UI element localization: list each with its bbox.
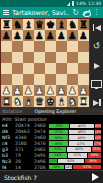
draw-segment: 45% <box>70 124 94 128</box>
white-win-segment: 37% <box>49 130 69 134</box>
square-h3[interactable] <box>78 74 89 85</box>
flip-board-icon[interactable]: ↻ <box>72 8 79 17</box>
square-f5[interactable] <box>56 52 67 63</box>
square-h7[interactable]: ♟ <box>78 30 89 41</box>
engine-name: Stockfish 7 <box>4 174 37 181</box>
move-label: b3 <box>2 153 15 158</box>
avg-rating: 2496 <box>34 159 49 164</box>
draw-segment: 49% <box>69 135 95 139</box>
square-f3[interactable] <box>56 74 67 85</box>
square-d1[interactable]: ♛ <box>34 96 45 107</box>
white-piece: ♟ <box>2 85 11 96</box>
opening-header: A00: Start position <box>0 115 103 123</box>
black-piece: ♟ <box>57 30 66 41</box>
white-piece: ♟ <box>79 85 88 96</box>
explorer-row[interactable]: b3 79 2495 34% 37% 29% <box>0 152 103 158</box>
square-a6[interactable] <box>1 41 12 52</box>
square-a8[interactable]: ♜ <box>1 19 12 30</box>
square-g5[interactable] <box>67 52 78 63</box>
engine-monitor-button[interactable] <box>91 80 102 88</box>
white-win-segment: 29% <box>49 165 65 169</box>
black-piece: ♟ <box>13 30 22 41</box>
explorer-row[interactable]: Nc3 20 2496 15% 50% 35% <box>0 158 103 164</box>
white-piece: ♟ <box>24 85 33 96</box>
square-b3[interactable] <box>12 74 23 85</box>
undo-rotate-button[interactable]: ↺ <box>92 42 101 52</box>
black-piece: ♟ <box>46 30 55 41</box>
app-toolbar: Tartakower, Savi... ↻ ⋮ <box>0 7 103 18</box>
square-g1[interactable]: ♞ <box>67 96 78 107</box>
draw-segment: 48% <box>69 130 95 134</box>
white-piece: ♜ <box>2 96 11 107</box>
hide-pieces-icon[interactable] <box>82 9 90 16</box>
white-piece: ♞ <box>13 96 22 107</box>
black-piece: ♟ <box>35 30 44 41</box>
square-d8[interactable]: ♛ <box>34 19 45 30</box>
square-h4[interactable] <box>78 63 89 74</box>
move-label: Nf3 <box>2 135 15 140</box>
square-c4[interactable] <box>23 63 34 74</box>
square-c1[interactable]: ♝ <box>23 96 34 107</box>
square-h5[interactable] <box>78 52 89 63</box>
square-g8[interactable]: ♞ <box>67 19 78 30</box>
square-f6[interactable] <box>56 41 67 52</box>
explorer-table: e4 20474 2460 39% 45% 16% d4 20463 2474 … <box>0 123 103 170</box>
square-a3[interactable] <box>1 74 12 85</box>
white-piece: ♝ <box>24 96 33 107</box>
square-f4[interactable] <box>56 63 67 74</box>
square-g4[interactable] <box>67 63 78 74</box>
tab-opening-explorer[interactable]: Opening Explorer <box>35 109 77 114</box>
wdl-bar: 29% 14% 57% <box>49 165 101 169</box>
white-piece: ♟ <box>46 85 55 96</box>
square-c5[interactable] <box>23 52 34 63</box>
white-piece: ♟ <box>35 85 44 96</box>
games-count: 2180 <box>15 141 34 146</box>
square-h1[interactable]: ♜ <box>78 96 89 107</box>
square-f8[interactable]: ♝ <box>56 19 67 30</box>
menu-icon[interactable] <box>3 10 9 15</box>
wdl-bar: 37% 48% 15% <box>49 130 101 134</box>
square-e1[interactable]: ♚ <box>45 96 56 107</box>
square-c6[interactable] <box>23 41 34 52</box>
white-win-segment: 39% <box>49 124 70 128</box>
black-piece: ♝ <box>24 19 33 30</box>
square-h6[interactable] <box>78 41 89 52</box>
avg-rating: 2474 <box>34 129 49 134</box>
white-piece: ♜ <box>79 96 88 107</box>
white-piece: ♚ <box>46 96 55 107</box>
draw-segment: 47% <box>69 141 94 145</box>
square-d4[interactable] <box>34 63 45 74</box>
explorer-row[interactable]: Nf3 4340 2460 36% 49% 15% <box>0 135 103 141</box>
square-d2[interactable]: ♟ <box>34 85 45 96</box>
square-c8[interactable]: ♝ <box>23 19 34 30</box>
games-count: 14 <box>15 165 34 170</box>
engine-bar: Stockfish 7 <box>0 170 103 183</box>
games-count: 4340 <box>15 135 34 140</box>
square-b7[interactable]: ♟ <box>12 30 23 41</box>
draw-segment: 14% <box>65 165 73 169</box>
black-win-segment: 21% <box>92 147 101 151</box>
square-f7[interactable]: ♟ <box>56 30 67 41</box>
white-piece: ♟ <box>68 85 77 96</box>
tab-bar: Notation Opening Explorer <box>0 108 103 115</box>
black-win-segment: 29% <box>88 153 101 157</box>
avg-rating: 2476 <box>34 141 49 146</box>
square-b1[interactable]: ♞ <box>12 96 23 107</box>
network-icon <box>67 2 70 6</box>
square-g3[interactable] <box>67 74 78 85</box>
avg-rating: 2465 <box>34 147 49 152</box>
white-piece: ♞ <box>68 96 77 107</box>
white-win-segment: 15% <box>49 159 58 163</box>
avg-rating: 2460 <box>34 123 49 128</box>
black-piece: ♜ <box>79 19 88 30</box>
move-label: g3 <box>2 147 15 152</box>
avg-rating: 2706 <box>34 165 49 170</box>
black-piece: ♝ <box>57 19 66 30</box>
games-count: 371 <box>15 147 34 152</box>
square-d3[interactable] <box>34 74 45 85</box>
clock-time: 12:30 <box>88 1 101 6</box>
square-g7[interactable]: ♟ <box>67 30 78 41</box>
square-a1[interactable]: ♜ <box>1 96 12 107</box>
games-count: 79 <box>15 153 34 158</box>
white-win-segment: 34% <box>49 153 68 157</box>
play-forward-button[interactable] <box>94 63 100 69</box>
white-win-segment: 36% <box>49 141 69 145</box>
battery-percent: 14% <box>76 1 86 6</box>
white-piece: ♟ <box>57 85 66 96</box>
black-piece: ♟ <box>79 30 88 41</box>
move-label: c4 <box>2 141 15 146</box>
square-e2[interactable]: ♟ <box>45 85 56 96</box>
square-a7[interactable]: ♟ <box>1 30 12 41</box>
black-piece: ♚ <box>46 19 55 30</box>
square-e7[interactable]: ♟ <box>45 30 56 41</box>
black-piece: ♟ <box>2 30 11 41</box>
wdl-bar: 39% 45% 16% <box>49 124 101 128</box>
square-d6[interactable] <box>34 41 45 52</box>
draw-segment: 46% <box>67 147 92 151</box>
black-piece: ♛ <box>35 19 44 30</box>
explorer-row[interactable]: e4 20474 2460 39% 45% 16% <box>0 123 103 129</box>
square-e5[interactable] <box>45 52 56 63</box>
wdl-bar: 36% 47% 17% <box>49 141 101 145</box>
app-window: 14% 12:30 Tartakower, Savi... ↻ ⋮ ♜♞♝♛♚♝… <box>0 0 103 183</box>
status-bar: 14% 12:30 <box>0 0 103 7</box>
square-g2[interactable]: ♟ <box>67 85 78 96</box>
move-label: Nc3 <box>2 159 15 164</box>
black-win-segment: 17% <box>94 141 101 145</box>
square-f2[interactable]: ♟ <box>56 85 67 96</box>
white-piece: ♝ <box>57 96 66 107</box>
games-count: 20463 <box>15 129 34 134</box>
white-win-segment: 36% <box>49 135 69 139</box>
square-b8[interactable]: ♞ <box>12 19 23 30</box>
wdl-bar: 36% 49% 15% <box>49 135 101 139</box>
square-c2[interactable]: ♟ <box>23 85 34 96</box>
skip-to-end-button[interactable] <box>93 99 101 106</box>
square-b4[interactable] <box>12 63 23 74</box>
black-piece: ♟ <box>24 30 33 41</box>
black-piece: ♞ <box>13 19 22 30</box>
explorer-row[interactable]: d4 20463 2474 37% 48% 15% <box>0 129 103 135</box>
avg-rating: 2460 <box>34 135 49 140</box>
explorer-row[interactable]: g3 371 2465 33% 46% 21% <box>0 147 103 153</box>
square-c3[interactable] <box>23 74 34 85</box>
move-label: d4 <box>2 129 15 134</box>
square-e4[interactable] <box>45 63 56 74</box>
square-a5[interactable] <box>1 52 12 63</box>
square-b5[interactable] <box>12 52 23 63</box>
board-controls: ↺ <box>90 18 103 108</box>
square-e3[interactable] <box>45 74 56 85</box>
move-label: f4 <box>2 165 15 170</box>
black-win-segment: 15% <box>95 135 101 139</box>
move-label: e4 <box>2 123 15 128</box>
square-d5[interactable] <box>34 52 45 63</box>
black-win-segment: 15% <box>95 130 101 134</box>
white-piece: ♛ <box>35 96 44 107</box>
battery-icon <box>72 1 75 6</box>
square-a2[interactable]: ♟ <box>1 85 12 96</box>
explorer-row[interactable]: f4 14 2706 29% 14% 57% <box>0 164 103 170</box>
draw-segment: 50% <box>58 159 85 163</box>
square-e6[interactable] <box>45 41 56 52</box>
square-h8[interactable]: ♜ <box>78 19 89 30</box>
chess-board[interactable]: ♜♞♝♛♚♝♞♜♟♟♟♟♟♟♟♟♟♟♟♟♟♟♟♟♜♞♝♛♚♝♞♜ <box>0 18 90 108</box>
engine-start-icon[interactable] <box>92 173 99 181</box>
board-area: ♜♞♝♛♚♝♞♜♟♟♟♟♟♟♟♟♟♟♟♟♟♟♟♟♜♞♝♛♚♝♞♜ ↺ <box>0 18 103 108</box>
games-count: 20 <box>15 159 34 164</box>
games-count: 20474 <box>15 123 34 128</box>
white-win-segment: 33% <box>49 147 67 151</box>
toolbar-title: Tartakower, Savi... <box>12 9 69 17</box>
black-win-segment: 16% <box>95 124 101 128</box>
square-b2[interactable]: ♟ <box>12 85 23 96</box>
overflow-menu-icon[interactable]: ⋮ <box>93 9 100 16</box>
skip-to-start-button[interactable] <box>93 24 101 31</box>
draw-segment: 37% <box>68 153 88 157</box>
black-piece: ♞ <box>68 19 77 30</box>
black-piece: ♜ <box>2 19 11 30</box>
square-d7[interactable]: ♟ <box>34 30 45 41</box>
white-piece: ♟ <box>13 85 22 96</box>
wdl-bar: 34% 37% 29% <box>49 153 101 157</box>
black-piece: ♟ <box>68 30 77 41</box>
black-win-segment: 35% <box>85 159 101 163</box>
wdl-bar: 15% 50% 35% <box>49 159 101 163</box>
square-e8[interactable]: ♚ <box>45 19 56 30</box>
square-a4[interactable] <box>1 63 12 74</box>
square-c7[interactable]: ♟ <box>23 30 34 41</box>
explorer-row[interactable]: c4 2180 2476 36% 47% 17% <box>0 141 103 147</box>
black-win-segment: 57% <box>73 165 101 169</box>
wdl-bar: 33% 46% 21% <box>49 147 101 151</box>
tab-notation[interactable]: Notation <box>2 109 23 114</box>
square-h2[interactable]: ♟ <box>78 85 89 96</box>
square-g6[interactable] <box>67 41 78 52</box>
avg-rating: 2495 <box>34 153 49 158</box>
square-f1[interactable]: ♝ <box>56 96 67 107</box>
square-b6[interactable] <box>12 41 23 52</box>
